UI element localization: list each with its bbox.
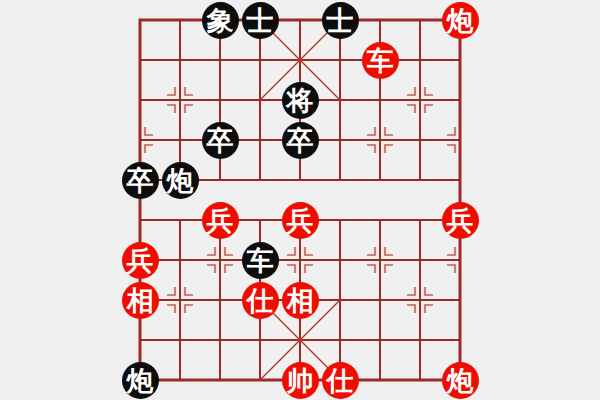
piece-black-general[interactable]: 将 [282,82,319,119]
piece-black-soldier[interactable]: 卒 [202,122,239,159]
piece-red-soldier[interactable]: 兵 [122,242,159,279]
piece-red-soldier[interactable]: 兵 [202,202,239,239]
piece-red-advisor[interactable]: 仕 [242,282,279,319]
piece-red-elephant[interactable]: 相 [122,282,159,319]
piece-black-soldier[interactable]: 卒 [282,122,319,159]
piece-black-cannon[interactable]: 炮 [162,162,199,199]
piece-black-advisor[interactable]: 士 [242,2,279,39]
piece-red-soldier[interactable]: 兵 [442,202,479,239]
piece-red-soldier[interactable]: 兵 [282,202,319,239]
piece-red-elephant[interactable]: 相 [282,282,319,319]
piece-black-chariot[interactable]: 车 [242,242,279,279]
piece-black-soldier[interactable]: 卒 [122,162,159,199]
piece-black-advisor[interactable]: 士 [322,2,359,39]
piece-black-cannon[interactable]: 炮 [122,362,159,399]
piece-red-cannon[interactable]: 炮 [442,2,479,39]
xiangqi-board: 象士士炮车将卒卒卒炮兵兵兵兵车相仕相炮帅仕炮 [0,0,600,400]
pieces-layer: 象士士炮车将卒卒卒炮兵兵兵兵车相仕相炮帅仕炮 [120,0,480,400]
piece-red-advisor[interactable]: 仕 [322,362,359,399]
piece-red-cannon[interactable]: 炮 [442,362,479,399]
piece-black-elephant[interactable]: 象 [202,2,239,39]
piece-red-general[interactable]: 帅 [282,362,319,399]
piece-red-chariot[interactable]: 车 [362,42,399,79]
